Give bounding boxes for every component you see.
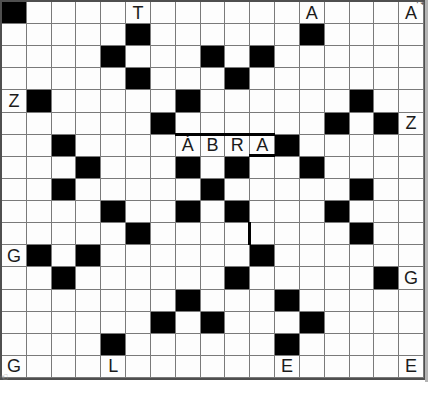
prefilled-letter: E <box>281 357 293 375</box>
cell-r5c9[interactable] <box>201 90 226 112</box>
cell-r13c14[interactable] <box>325 267 350 289</box>
cell-r6c12[interactable] <box>275 113 300 135</box>
prefilled-letter: Z <box>8 92 19 110</box>
cell-r9c1[interactable] <box>2 179 27 201</box>
cell-r2c5[interactable] <box>101 24 126 46</box>
cell-r7c9[interactable]: B <box>201 135 226 157</box>
cell-r16c9[interactable] <box>201 334 226 356</box>
cell-r12c15[interactable] <box>350 245 375 267</box>
prefilled-letter: E <box>405 357 417 375</box>
cell-r11c17[interactable] <box>399 223 424 245</box>
cell-r1c14[interactable] <box>325 2 350 24</box>
cell-r5c17[interactable] <box>399 90 424 112</box>
block-cell-r2c13 <box>300 24 325 46</box>
block-cell-r5c2 <box>27 90 52 112</box>
cell-r8c16[interactable] <box>374 157 399 179</box>
cell-r7c8[interactable]: Á <box>176 135 201 157</box>
cell-r12c7[interactable] <box>151 245 176 267</box>
block-cell-r1c1 <box>2 2 27 24</box>
bold-border-segment <box>249 133 275 136</box>
bold-border-segment <box>248 222 251 245</box>
block-cell-r8c13 <box>300 157 325 179</box>
cell-r1c2[interactable] <box>27 2 52 24</box>
cell-r4c9[interactable] <box>201 68 226 90</box>
cell-r11c13[interactable] <box>300 223 325 245</box>
cell-r16c10[interactable] <box>225 334 250 356</box>
block-cell-r8c10 <box>225 157 250 179</box>
cell-r1c4[interactable] <box>76 2 101 24</box>
cell-r12c14[interactable] <box>325 245 350 267</box>
block-cell-r9c15 <box>350 179 375 201</box>
cell-r4c14[interactable] <box>325 68 350 90</box>
block-cell-r5c15 <box>350 90 375 112</box>
cell-r9c12[interactable] <box>275 179 300 201</box>
prefilled-letter: R <box>231 136 244 154</box>
cell-r3c17[interactable] <box>399 46 424 68</box>
curved-arrow-icon: ↷ <box>417 0 425 9</box>
prefilled-letter: Á <box>182 136 194 154</box>
cell-r10c4[interactable] <box>76 201 101 223</box>
cell-r11c1[interactable] <box>2 223 27 245</box>
cell-r10c16[interactable] <box>374 201 399 223</box>
cell-r2c11[interactable] <box>250 24 275 46</box>
cell-r2c3[interactable] <box>52 24 77 46</box>
cell-r13c6[interactable] <box>126 267 151 289</box>
cell-r3c13[interactable] <box>300 46 325 68</box>
cell-r5c4[interactable] <box>76 90 101 112</box>
cell-r14c13[interactable] <box>300 290 325 312</box>
cell-r17c13[interactable] <box>300 356 325 378</box>
block-cell-r4c6 <box>126 68 151 90</box>
block-cell-r3c9 <box>201 46 226 68</box>
cell-r2c14[interactable] <box>325 24 350 46</box>
cell-r5c10[interactable] <box>225 90 250 112</box>
cell-r8c11[interactable] <box>250 157 275 179</box>
cell-r11c9[interactable] <box>201 223 226 245</box>
cell-r12c5[interactable] <box>101 245 126 267</box>
cell-r13c12[interactable] <box>275 267 300 289</box>
cell-r10c12[interactable] <box>275 201 300 223</box>
cell-r16c2[interactable] <box>27 334 52 356</box>
block-cell-r7c3 <box>52 135 77 157</box>
cell-r14c3[interactable] <box>52 290 77 312</box>
cell-r6c11[interactable] <box>250 113 275 135</box>
cell-r9c16[interactable] <box>374 179 399 201</box>
cell-r3c10[interactable] <box>225 46 250 68</box>
cell-r8c7[interactable] <box>151 157 176 179</box>
cell-r14c4[interactable] <box>76 290 101 312</box>
cell-r11c2[interactable] <box>27 223 52 245</box>
crossword-puzzle: TAA↷ZZÁBRAGGG☜LEE <box>0 0 428 399</box>
block-cell-r15c7 <box>151 312 176 334</box>
cell-r10c3[interactable] <box>52 201 77 223</box>
cell-r15c15[interactable] <box>350 312 375 334</box>
cell-r17c7[interactable] <box>151 356 176 378</box>
cell-r4c4[interactable] <box>76 68 101 90</box>
cell-r11c10[interactable] <box>225 223 250 245</box>
block-cell-r6c16 <box>374 113 399 135</box>
prefilled-letter: G <box>7 247 21 265</box>
cell-r15c3[interactable] <box>52 312 77 334</box>
cell-r7c4[interactable] <box>76 135 101 157</box>
cell-r10c13[interactable] <box>300 201 325 223</box>
cell-r17c2[interactable] <box>27 356 52 378</box>
cell-r5c3[interactable] <box>52 90 77 112</box>
bold-border-segment <box>224 133 250 136</box>
cell-r5c1[interactable]: Z <box>2 90 27 112</box>
cell-r7c11[interactable]: A <box>250 135 275 157</box>
cell-r17c9[interactable] <box>201 356 226 378</box>
cell-r7c16[interactable] <box>374 135 399 157</box>
cell-r6c6[interactable] <box>126 113 151 135</box>
cell-r16c13[interactable] <box>300 334 325 356</box>
cell-r12c17[interactable] <box>399 245 424 267</box>
cell-r13c13[interactable] <box>300 267 325 289</box>
cell-r3c16[interactable] <box>374 46 399 68</box>
cell-r15c8[interactable] <box>176 312 201 334</box>
cell-r15c16[interactable] <box>374 312 399 334</box>
cell-r14c14[interactable] <box>325 290 350 312</box>
cell-r8c6[interactable] <box>126 157 151 179</box>
cell-r7c5[interactable] <box>101 135 126 157</box>
cell-r7c7[interactable] <box>151 135 176 157</box>
cell-r14c6[interactable] <box>126 290 151 312</box>
cell-r16c1[interactable] <box>2 334 27 356</box>
cell-r3c1[interactable] <box>2 46 27 68</box>
cell-r11c14[interactable] <box>325 223 350 245</box>
cell-r9c10[interactable] <box>225 179 250 201</box>
prefilled-letter: A <box>306 4 318 22</box>
cell-r10c9[interactable] <box>201 201 226 223</box>
cell-r14c5[interactable] <box>101 290 126 312</box>
cell-r5c12[interactable] <box>275 90 300 112</box>
prefilled-letter: T <box>133 4 144 22</box>
cell-r16c15[interactable] <box>350 334 375 356</box>
cell-r9c4[interactable] <box>76 179 101 201</box>
cell-r7c10[interactable]: R <box>225 135 250 157</box>
cell-r4c11[interactable] <box>250 68 275 90</box>
cell-r3c6[interactable] <box>126 46 151 68</box>
cell-r3c14[interactable] <box>325 46 350 68</box>
cell-r3c8[interactable] <box>176 46 201 68</box>
cell-r8c9[interactable] <box>201 157 226 179</box>
block-cell-r13c16 <box>374 267 399 289</box>
cell-r2c15[interactable] <box>350 24 375 46</box>
block-cell-r5c8 <box>176 90 201 112</box>
cell-r8c1[interactable] <box>2 157 27 179</box>
cell-r1c9[interactable] <box>201 2 226 24</box>
cell-r6c10[interactable] <box>225 113 250 135</box>
cell-r15c10[interactable] <box>225 312 250 334</box>
prefilled-letter: B <box>206 136 218 154</box>
cell-r11c3[interactable] <box>52 223 77 245</box>
cell-r14c17[interactable] <box>399 290 424 312</box>
cell-r13c8[interactable] <box>176 267 201 289</box>
cell-r10c15[interactable] <box>350 201 375 223</box>
cell-r3c3[interactable] <box>52 46 77 68</box>
cell-r10c1[interactable] <box>2 201 27 223</box>
block-cell-r11c6 <box>126 223 151 245</box>
cell-r16c14[interactable] <box>325 334 350 356</box>
cell-r2c16[interactable] <box>374 24 399 46</box>
block-cell-r3c5 <box>101 46 126 68</box>
cell-r17c16[interactable] <box>374 356 399 378</box>
block-cell-r11c15 <box>350 223 375 245</box>
block-cell-r16c5 <box>101 334 126 356</box>
cell-r4c12[interactable] <box>275 68 300 90</box>
cell-r14c11[interactable] <box>250 290 275 312</box>
cell-r1c13[interactable]: A <box>300 2 325 24</box>
cell-r2c7[interactable] <box>151 24 176 46</box>
cell-r11c5[interactable] <box>101 223 126 245</box>
cell-r15c2[interactable] <box>27 312 52 334</box>
cell-r6c15[interactable] <box>350 113 375 135</box>
cell-r17c15[interactable] <box>350 356 375 378</box>
cell-r4c3[interactable] <box>52 68 77 90</box>
cell-r2c10[interactable] <box>225 24 250 46</box>
cell-r3c7[interactable] <box>151 46 176 68</box>
block-cell-r10c10 <box>225 201 250 223</box>
cell-r2c12[interactable] <box>275 24 300 46</box>
cell-r12c9[interactable] <box>201 245 226 267</box>
cell-r1c11[interactable] <box>250 2 275 24</box>
cell-r17c17[interactable]: E <box>399 356 424 378</box>
block-cell-r13c3 <box>52 267 77 289</box>
cell-r11c7[interactable] <box>151 223 176 245</box>
cell-r13c7[interactable] <box>151 267 176 289</box>
cell-r1c15[interactable] <box>350 2 375 24</box>
prefilled-letter: Z <box>406 114 417 132</box>
cell-r2c9[interactable] <box>201 24 226 46</box>
cell-r10c11[interactable] <box>250 201 275 223</box>
cell-r17c4[interactable] <box>76 356 101 378</box>
cell-r1c8[interactable] <box>176 2 201 24</box>
cell-r9c2[interactable] <box>27 179 52 201</box>
cell-r13c15[interactable] <box>350 267 375 289</box>
cell-r13c2[interactable] <box>27 267 52 289</box>
cell-r11c4[interactable] <box>76 223 101 245</box>
cell-r6c13[interactable] <box>300 113 325 135</box>
cell-r14c10[interactable] <box>225 290 250 312</box>
block-cell-r2c6 <box>126 24 151 46</box>
cell-r16c16[interactable] <box>374 334 399 356</box>
block-cell-r4c10 <box>225 68 250 90</box>
cell-r9c13[interactable] <box>300 179 325 201</box>
cell-r6c2[interactable] <box>27 113 52 135</box>
cell-r10c7[interactable] <box>151 201 176 223</box>
cell-r8c2[interactable] <box>27 157 52 179</box>
prefilled-letter: G <box>404 269 418 287</box>
cell-r9c17[interactable] <box>399 179 424 201</box>
cell-r12c16[interactable] <box>374 245 399 267</box>
cell-r12c13[interactable] <box>300 245 325 267</box>
cell-r17c1[interactable]: G☜ <box>2 356 27 378</box>
cell-r16c11[interactable] <box>250 334 275 356</box>
cell-r17c14[interactable] <box>325 356 350 378</box>
cell-r17c6[interactable] <box>126 356 151 378</box>
cell-r4c2[interactable] <box>27 68 52 90</box>
cell-r16c17[interactable] <box>399 334 424 356</box>
cell-r6c1[interactable] <box>2 113 27 135</box>
cell-r7c14[interactable] <box>325 135 350 157</box>
cell-r9c7[interactable] <box>151 179 176 201</box>
cell-r4c1[interactable] <box>2 68 27 90</box>
cell-r11c8[interactable] <box>176 223 201 245</box>
cell-r7c15[interactable] <box>350 135 375 157</box>
cell-r6c8[interactable] <box>176 113 201 135</box>
cell-r15c11[interactable] <box>250 312 275 334</box>
cell-r4c5[interactable] <box>101 68 126 90</box>
cell-r12c8[interactable] <box>176 245 201 267</box>
cell-r4c16[interactable] <box>374 68 399 90</box>
cell-r12c3[interactable] <box>52 245 77 267</box>
cell-r13c4[interactable] <box>76 267 101 289</box>
cell-r9c11[interactable] <box>250 179 275 201</box>
cell-r12c12[interactable] <box>275 245 300 267</box>
cell-r5c5[interactable] <box>101 90 126 112</box>
cell-r6c5[interactable] <box>101 113 126 135</box>
cell-r13c1[interactable] <box>2 267 27 289</box>
cell-r5c16[interactable] <box>374 90 399 112</box>
prefilled-letter: A <box>405 4 417 22</box>
cell-r7c1[interactable] <box>2 135 27 157</box>
cell-r11c12[interactable] <box>275 223 300 245</box>
cell-r9c5[interactable] <box>101 179 126 201</box>
cell-r2c17[interactable] <box>399 24 424 46</box>
cell-r5c14[interactable] <box>325 90 350 112</box>
cell-r7c6[interactable] <box>126 135 151 157</box>
cell-r17c5[interactable]: L <box>101 356 126 378</box>
cell-r9c14[interactable] <box>325 179 350 201</box>
cell-r6c4[interactable] <box>76 113 101 135</box>
cell-r3c4[interactable] <box>76 46 101 68</box>
block-cell-r9c3 <box>52 179 77 201</box>
block-cell-r10c8 <box>176 201 201 223</box>
cell-r13c5[interactable] <box>101 267 126 289</box>
block-cell-r14c12 <box>275 290 300 312</box>
block-cell-r13c10 <box>225 267 250 289</box>
cell-r16c8[interactable] <box>176 334 201 356</box>
cell-r13c17[interactable]: G <box>399 267 424 289</box>
cell-r8c15[interactable] <box>350 157 375 179</box>
cell-r5c7[interactable] <box>151 90 176 112</box>
cell-r13c11[interactable] <box>250 267 275 289</box>
cell-r4c13[interactable] <box>300 68 325 90</box>
cell-r3c2[interactable] <box>27 46 52 68</box>
cell-r2c2[interactable] <box>27 24 52 46</box>
cell-r1c16[interactable] <box>374 2 399 24</box>
cell-r1c17[interactable]: A↷ <box>399 2 424 24</box>
cell-r9c8[interactable] <box>176 179 201 201</box>
cell-r1c5[interactable] <box>101 2 126 24</box>
cell-r16c6[interactable] <box>126 334 151 356</box>
cell-r15c5[interactable] <box>101 312 126 334</box>
cell-r12c6[interactable] <box>126 245 151 267</box>
cell-r17c12[interactable]: E <box>275 356 300 378</box>
cell-r5c13[interactable] <box>300 90 325 112</box>
block-cell-r9c9 <box>201 179 226 201</box>
cell-r7c17[interactable] <box>399 135 424 157</box>
cell-r12c1[interactable]: G <box>2 245 27 267</box>
cell-r6c17[interactable]: Z <box>399 113 424 135</box>
cell-r11c16[interactable] <box>374 223 399 245</box>
cell-r14c15[interactable] <box>350 290 375 312</box>
cell-r15c12[interactable] <box>275 312 300 334</box>
cell-r8c3[interactable] <box>52 157 77 179</box>
cell-r8c14[interactable] <box>325 157 350 179</box>
cell-r1c6[interactable]: T <box>126 2 151 24</box>
block-cell-r6c14 <box>325 113 350 135</box>
cell-r2c8[interactable] <box>176 24 201 46</box>
cell-r2c1[interactable] <box>2 24 27 46</box>
cell-r8c5[interactable] <box>101 157 126 179</box>
bold-border-segment <box>249 154 275 157</box>
cell-r5c11[interactable] <box>250 90 275 112</box>
cell-r1c12[interactable] <box>275 2 300 24</box>
bold-border-segment <box>175 133 201 136</box>
cell-r15c14[interactable] <box>325 312 350 334</box>
cell-r14c9[interactable] <box>201 290 226 312</box>
cell-r4c7[interactable] <box>151 68 176 90</box>
cell-r8c12[interactable] <box>275 157 300 179</box>
cell-r16c4[interactable] <box>76 334 101 356</box>
cell-r5c6[interactable] <box>126 90 151 112</box>
cell-r17c3[interactable] <box>52 356 77 378</box>
cell-r6c9[interactable] <box>201 113 226 135</box>
cell-r8c17[interactable] <box>399 157 424 179</box>
cell-r7c2[interactable] <box>27 135 52 157</box>
cell-r14c7[interactable] <box>151 290 176 312</box>
bold-border-segment <box>200 133 226 136</box>
cell-r10c6[interactable] <box>126 201 151 223</box>
cell-r4c15[interactable] <box>350 68 375 90</box>
cell-r3c15[interactable] <box>350 46 375 68</box>
cell-r3c12[interactable] <box>275 46 300 68</box>
cell-r17c10[interactable] <box>225 356 250 378</box>
cell-r12c10[interactable] <box>225 245 250 267</box>
cell-r1c7[interactable] <box>151 2 176 24</box>
cell-r15c17[interactable] <box>399 312 424 334</box>
cell-r6c3[interactable] <box>52 113 77 135</box>
cell-r11c11[interactable] <box>250 223 275 245</box>
cell-r14c2[interactable] <box>27 290 52 312</box>
cell-r16c3[interactable] <box>52 334 77 356</box>
cell-r4c8[interactable] <box>176 68 201 90</box>
cell-r17c8[interactable] <box>176 356 201 378</box>
cell-r15c6[interactable] <box>126 312 151 334</box>
cell-r16c7[interactable] <box>151 334 176 356</box>
block-cell-r12c2 <box>27 245 52 267</box>
cell-r4c17[interactable] <box>399 68 424 90</box>
cell-r14c16[interactable] <box>374 290 399 312</box>
block-cell-r10c5 <box>101 201 126 223</box>
cell-r7c13[interactable] <box>300 135 325 157</box>
cell-r1c10[interactable] <box>225 2 250 24</box>
cell-r2c4[interactable] <box>76 24 101 46</box>
cell-r10c17[interactable] <box>399 201 424 223</box>
cell-r14c1[interactable] <box>2 290 27 312</box>
cell-r13c9[interactable] <box>201 267 226 289</box>
cell-r9c6[interactable] <box>126 179 151 201</box>
cell-r17c11[interactable] <box>250 356 275 378</box>
block-cell-r12c4 <box>76 245 101 267</box>
cell-r10c2[interactable] <box>27 201 52 223</box>
prefilled-letter: G <box>7 357 21 375</box>
cell-r1c3[interactable] <box>52 2 77 24</box>
cell-r15c1[interactable] <box>2 312 27 334</box>
prefilled-letter: L <box>108 357 118 375</box>
cell-r15c4[interactable] <box>76 312 101 334</box>
